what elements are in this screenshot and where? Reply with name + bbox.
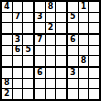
cell-r6c8[interactable]: 8 bbox=[79, 56, 89, 66]
cell-r5c8[interactable] bbox=[79, 46, 89, 56]
sudoku-board: 47832153657688263 bbox=[0, 0, 101, 101]
cell-r3c8[interactable] bbox=[79, 23, 89, 33]
cell-r5c5[interactable] bbox=[46, 46, 56, 56]
cell-r6c4[interactable] bbox=[35, 56, 45, 66]
cell-r3c7[interactable] bbox=[68, 23, 78, 33]
cell-r3c1[interactable] bbox=[2, 23, 12, 33]
cell-r9c8[interactable] bbox=[79, 89, 89, 99]
cell-r1c7[interactable] bbox=[68, 2, 78, 12]
cell-r4c5[interactable] bbox=[46, 35, 56, 45]
sudoku-box-7: 82 bbox=[2, 68, 33, 99]
cell-r4c7[interactable]: 6 bbox=[68, 35, 78, 45]
cell-r9c1[interactable]: 2 bbox=[2, 89, 12, 99]
cell-r4c3[interactable] bbox=[23, 35, 33, 45]
cell-r9c2[interactable] bbox=[13, 89, 23, 99]
cell-r4c6[interactable] bbox=[56, 35, 66, 45]
cell-r9c9[interactable] bbox=[89, 89, 99, 99]
cell-r6c6[interactable] bbox=[56, 56, 66, 66]
cell-r2c7[interactable]: 5 bbox=[68, 13, 78, 23]
cell-r2c8[interactable] bbox=[79, 13, 89, 23]
cell-r9c4[interactable] bbox=[35, 89, 45, 99]
cell-r5c2[interactable]: 6 bbox=[13, 46, 23, 56]
cell-r7c5[interactable] bbox=[46, 68, 56, 78]
cell-r8c8[interactable] bbox=[79, 79, 89, 89]
cell-r2c9[interactable] bbox=[89, 13, 99, 23]
cell-r8c3[interactable] bbox=[23, 79, 33, 89]
cell-r8c4[interactable] bbox=[35, 79, 45, 89]
cell-r1c8[interactable]: 1 bbox=[79, 2, 89, 12]
cell-r8c1[interactable]: 8 bbox=[2, 79, 12, 89]
sudoku-box-9: 3 bbox=[68, 68, 99, 99]
cell-r1c2[interactable] bbox=[13, 2, 23, 12]
cell-r1c5[interactable]: 8 bbox=[46, 2, 56, 12]
cell-r8c2[interactable] bbox=[13, 79, 23, 89]
cell-r7c2[interactable] bbox=[13, 68, 23, 78]
cell-r8c6[interactable] bbox=[56, 79, 66, 89]
cell-r1c9[interactable] bbox=[89, 2, 99, 12]
cell-r3c3[interactable] bbox=[23, 23, 33, 33]
cell-r8c7[interactable] bbox=[68, 79, 78, 89]
cell-r7c4[interactable]: 6 bbox=[35, 68, 45, 78]
cell-r9c5[interactable] bbox=[46, 89, 56, 99]
cell-r9c7[interactable] bbox=[68, 89, 78, 99]
cell-r5c7[interactable] bbox=[68, 46, 78, 56]
cell-r5c3[interactable]: 5 bbox=[23, 46, 33, 56]
cell-r4c8[interactable] bbox=[79, 35, 89, 45]
cell-r1c3[interactable] bbox=[23, 2, 33, 12]
cell-r7c8[interactable] bbox=[79, 68, 89, 78]
cell-r4c2[interactable]: 3 bbox=[13, 35, 23, 45]
cell-r3c5[interactable]: 2 bbox=[46, 23, 56, 33]
cell-r4c4[interactable]: 7 bbox=[35, 35, 45, 45]
cell-r8c5[interactable] bbox=[46, 79, 56, 89]
cell-r2c5[interactable] bbox=[46, 13, 56, 23]
cell-r3c6[interactable] bbox=[56, 23, 66, 33]
cell-r5c1[interactable] bbox=[2, 46, 12, 56]
sudoku-box-5: 7 bbox=[35, 35, 66, 66]
cell-r9c3[interactable] bbox=[23, 89, 33, 99]
sudoku-box-1: 47 bbox=[2, 2, 33, 33]
cell-r2c1[interactable] bbox=[2, 13, 12, 23]
cell-r5c9[interactable] bbox=[89, 46, 99, 56]
cell-r2c2[interactable]: 7 bbox=[13, 13, 23, 23]
cell-r7c9[interactable] bbox=[89, 68, 99, 78]
cell-r9c6[interactable] bbox=[56, 89, 66, 99]
cell-r3c9[interactable] bbox=[89, 23, 99, 33]
cell-r6c9[interactable] bbox=[89, 56, 99, 66]
cell-r7c7[interactable]: 3 bbox=[68, 68, 78, 78]
cell-r7c1[interactable] bbox=[2, 68, 12, 78]
sudoku-box-6: 68 bbox=[68, 35, 99, 66]
sudoku-box-2: 832 bbox=[35, 2, 66, 33]
cell-r6c1[interactable] bbox=[2, 56, 12, 66]
cell-r2c6[interactable] bbox=[56, 13, 66, 23]
sudoku-box-8: 6 bbox=[35, 68, 66, 99]
cell-r5c6[interactable] bbox=[56, 46, 66, 56]
sudoku-box-4: 365 bbox=[2, 35, 33, 66]
cell-r1c4[interactable] bbox=[35, 2, 45, 12]
cell-r2c4[interactable]: 3 bbox=[35, 13, 45, 23]
cell-r8c9[interactable] bbox=[89, 79, 99, 89]
cell-r2c3[interactable] bbox=[23, 13, 33, 23]
cell-r7c3[interactable] bbox=[23, 68, 33, 78]
cell-r4c1[interactable] bbox=[2, 35, 12, 45]
sudoku-box-3: 15 bbox=[68, 2, 99, 33]
cell-r5c4[interactable] bbox=[35, 46, 45, 56]
cell-r4c9[interactable] bbox=[89, 35, 99, 45]
cell-r3c4[interactable] bbox=[35, 23, 45, 33]
cell-r3c2[interactable] bbox=[13, 23, 23, 33]
cell-r6c2[interactable] bbox=[13, 56, 23, 66]
cell-r7c6[interactable] bbox=[56, 68, 66, 78]
cell-r1c1[interactable]: 4 bbox=[2, 2, 12, 12]
cell-r1c6[interactable] bbox=[56, 2, 66, 12]
cell-r6c7[interactable] bbox=[68, 56, 78, 66]
cell-r6c3[interactable] bbox=[23, 56, 33, 66]
cell-r6c5[interactable] bbox=[46, 56, 56, 66]
